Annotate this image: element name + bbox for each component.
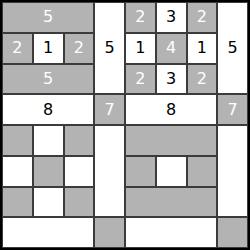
region-r2c2-white[interactable]: 1 xyxy=(33,33,64,64)
region-r2c7-white[interactable]: 1 xyxy=(187,33,218,64)
region-number: 2 xyxy=(74,40,84,56)
region-r5c5-gray[interactable] xyxy=(125,125,217,156)
region-number: 2 xyxy=(135,9,145,25)
region-r2c1-gray[interactable]: 2 xyxy=(2,33,33,64)
region-r3c6-white[interactable]: 3 xyxy=(156,64,187,95)
region-r3c5-gray[interactable]: 2 xyxy=(125,64,156,95)
region-r8c1-white[interactable] xyxy=(2,217,94,248)
region-number: 5 xyxy=(43,9,53,25)
region-number: 8 xyxy=(166,102,176,118)
region-r2c6-gray[interactable]: 4 xyxy=(156,33,187,64)
region-number: 1 xyxy=(43,40,53,56)
puzzle-board: 55232521214152328787 xyxy=(0,0,250,250)
region-r6c2-gray[interactable] xyxy=(33,156,64,187)
region-r1c1-gray[interactable]: 5 xyxy=(2,2,94,33)
region-r2c5-white[interactable]: 1 xyxy=(125,33,156,64)
region-r1c7-gray[interactable]: 2 xyxy=(187,2,218,33)
region-number: 3 xyxy=(166,9,176,25)
region-r6c5-gray[interactable] xyxy=(125,156,156,187)
region-r5c2-white[interactable] xyxy=(33,125,64,156)
region-r4c5-white[interactable]: 8 xyxy=(125,94,217,125)
region-r7c3-gray[interactable] xyxy=(64,187,95,218)
region-number: 1 xyxy=(135,40,145,56)
region-number: 2 xyxy=(12,40,22,56)
region-number: 7 xyxy=(105,102,115,118)
region-number: 3 xyxy=(166,71,176,87)
region-number: 4 xyxy=(166,40,176,56)
region-number: 1 xyxy=(197,40,207,56)
region-r5c8-white[interactable] xyxy=(217,125,248,217)
region-r8c8-gray[interactable] xyxy=(217,217,248,248)
region-r4c1-white[interactable]: 8 xyxy=(2,94,94,125)
region-r1c4-white[interactable]: 5 xyxy=(94,2,125,94)
region-r5c1-gray[interactable] xyxy=(2,125,33,156)
region-r7c2-white[interactable] xyxy=(33,187,64,218)
region-r5c4-white[interactable] xyxy=(94,125,125,217)
region-r6c6-white[interactable] xyxy=(156,156,187,187)
region-number: 8 xyxy=(43,102,53,118)
region-r2c3-gray[interactable]: 2 xyxy=(64,33,95,64)
puzzle-stage: 55232521214152328787 xyxy=(0,0,250,250)
region-number: 5 xyxy=(43,71,53,87)
region-r6c7-gray[interactable] xyxy=(187,156,218,187)
region-number: 7 xyxy=(228,102,238,118)
region-r1c5-gray[interactable]: 2 xyxy=(125,2,156,33)
region-r7c1-gray[interactable] xyxy=(2,187,33,218)
region-number: 5 xyxy=(228,40,238,56)
region-r4c4-gray[interactable]: 7 xyxy=(94,94,125,125)
region-r1c8-white[interactable]: 5 xyxy=(217,2,248,94)
region-r8c4-gray[interactable] xyxy=(94,217,125,248)
region-number: 5 xyxy=(105,40,115,56)
region-r1c6-white[interactable]: 3 xyxy=(156,2,187,33)
region-r7c5-gray[interactable] xyxy=(125,187,217,218)
region-number: 2 xyxy=(135,71,145,87)
region-number: 2 xyxy=(197,71,207,87)
region-r8c5-white[interactable] xyxy=(125,217,217,248)
region-r3c1-gray[interactable]: 5 xyxy=(2,64,94,95)
region-number: 2 xyxy=(197,9,207,25)
region-r6c1-white[interactable] xyxy=(2,156,33,187)
region-r6c3-white[interactable] xyxy=(64,156,95,187)
region-r5c3-gray[interactable] xyxy=(64,125,95,156)
region-r3c7-gray[interactable]: 2 xyxy=(187,64,218,95)
region-r4c8-gray[interactable]: 7 xyxy=(217,94,248,125)
